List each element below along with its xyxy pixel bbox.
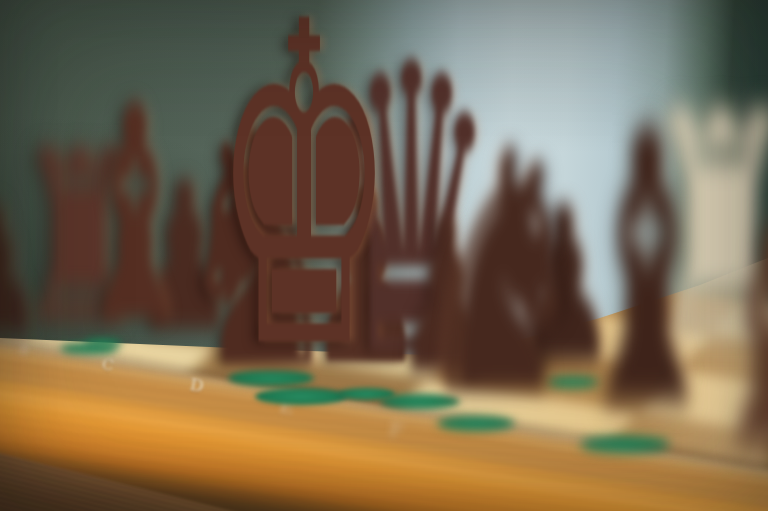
chess-photo-scene: B C D E F ♟ ♜ ♝ ♟ ♞ ♚ ♟ ♛ ♟ ♞ ♟ ♝ ♜ ♝ <box>0 0 768 511</box>
piece-dark-bishop-edge[interactable]: ♝ <box>702 193 768 487</box>
piece-dark-pawn-edge[interactable]: ♟ <box>0 185 46 358</box>
piece-dark-king[interactable]: ♚ <box>213 0 394 411</box>
